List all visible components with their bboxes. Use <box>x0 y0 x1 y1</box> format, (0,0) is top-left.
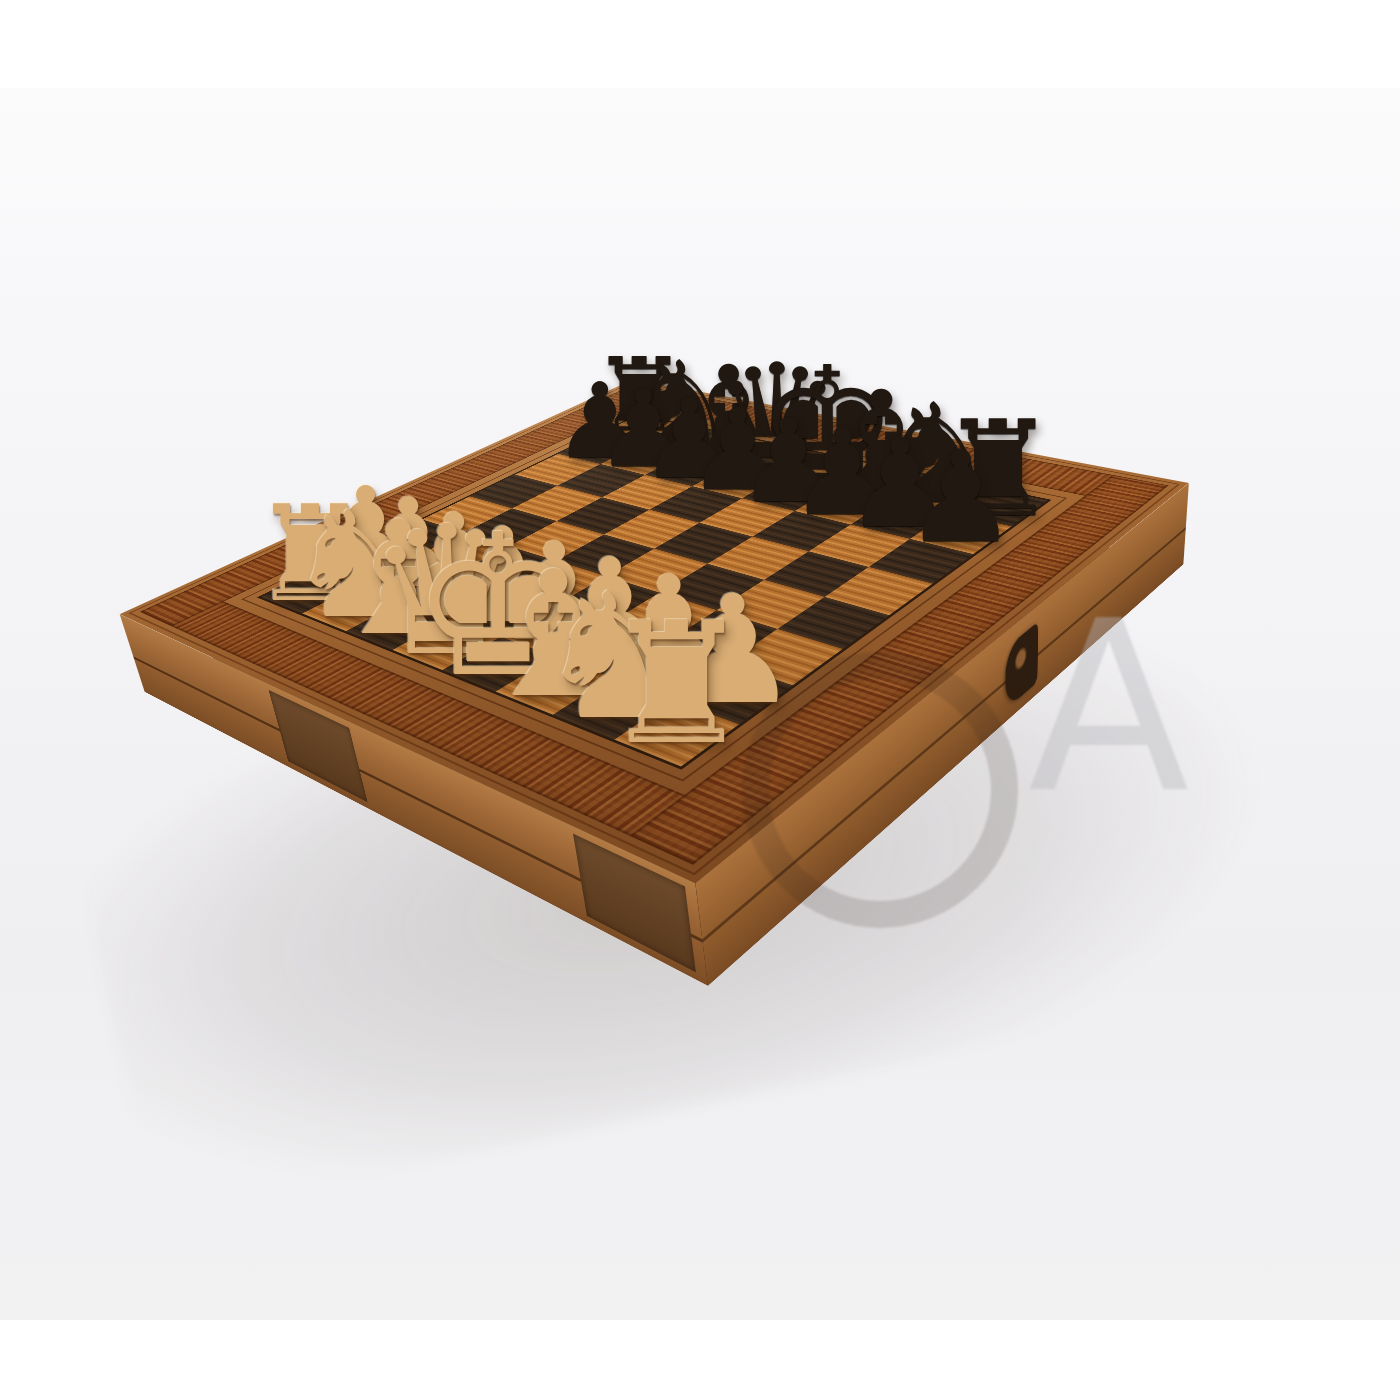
product-photo: A ♜♞♝♛♚♝♞♜♟♟♟♟♟♟♟♟♟♟♟♟♟♟♟♟♜♞♝♛♚♝♞♜ <box>0 0 1400 1400</box>
square-h5[interactable] <box>825 567 933 615</box>
watermark-letter: A <box>1028 590 1189 826</box>
black-pawn-h7[interactable]: ♟ <box>904 434 1018 561</box>
white-rook-h1[interactable]: ♜ <box>601 600 752 768</box>
